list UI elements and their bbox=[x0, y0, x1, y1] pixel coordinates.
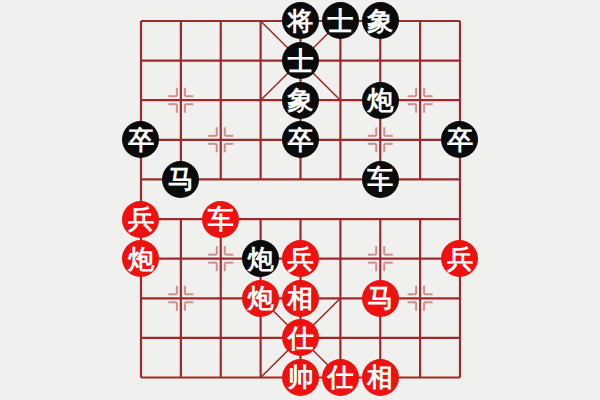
black-soldier[interactable]: 卒 bbox=[122, 121, 159, 158]
black-advisor[interactable]: 士 bbox=[282, 42, 319, 79]
black-advisor[interactable]: 士 bbox=[322, 2, 359, 39]
red-soldier[interactable]: 兵 bbox=[282, 240, 319, 277]
red-elephant[interactable]: 相 bbox=[362, 359, 399, 396]
red-horse[interactable]: 马 bbox=[362, 280, 399, 317]
red-king[interactable]: 帅 bbox=[282, 359, 319, 396]
red-cannon[interactable]: 炮 bbox=[122, 240, 159, 277]
red-chariot[interactable]: 车 bbox=[202, 201, 239, 238]
red-soldier[interactable]: 兵 bbox=[441, 240, 478, 277]
black-cannon[interactable]: 炮 bbox=[242, 240, 279, 277]
red-cannon[interactable]: 炮 bbox=[242, 280, 279, 317]
xiangqi-board: 将士象士象炮卒卒卒马车兵车炮炮兵兵炮相马仕帅仕相 bbox=[0, 0, 600, 400]
black-elephant[interactable]: 象 bbox=[362, 2, 399, 39]
red-soldier[interactable]: 兵 bbox=[122, 201, 159, 238]
black-chariot[interactable]: 车 bbox=[362, 161, 399, 198]
black-soldier[interactable]: 卒 bbox=[441, 121, 478, 158]
black-cannon[interactable]: 炮 bbox=[362, 82, 399, 119]
black-soldier[interactable]: 卒 bbox=[282, 121, 319, 158]
red-advisor[interactable]: 仕 bbox=[322, 359, 359, 396]
piece-grid: 将士象士象炮卒卒卒马车兵车炮炮兵兵炮相马仕帅仕相 bbox=[121, 1, 480, 397]
red-advisor[interactable]: 仕 bbox=[282, 319, 319, 356]
black-general[interactable]: 将 bbox=[282, 2, 319, 39]
red-elephant[interactable]: 相 bbox=[282, 280, 319, 317]
black-horse[interactable]: 马 bbox=[162, 161, 199, 198]
black-elephant[interactable]: 象 bbox=[282, 82, 319, 119]
